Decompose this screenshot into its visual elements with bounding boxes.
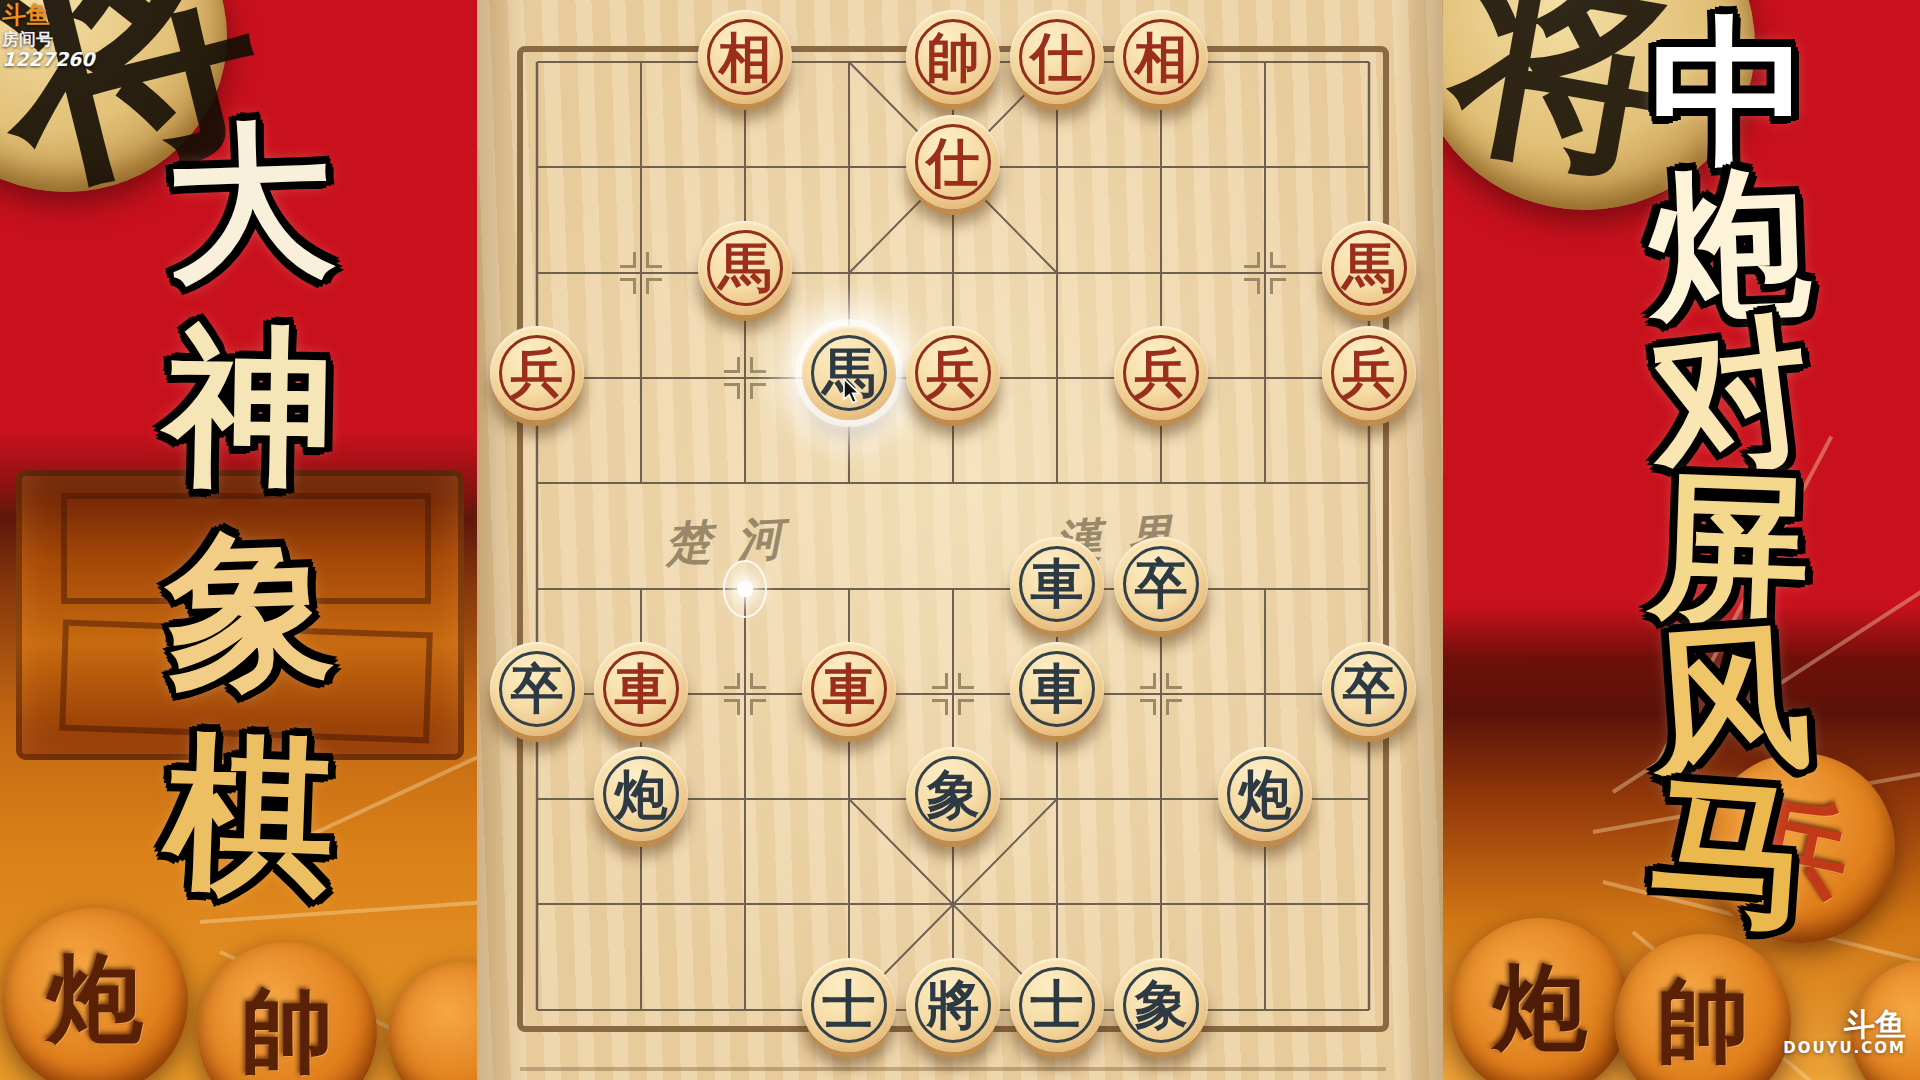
piece-char: 士 (823, 978, 876, 1031)
piece-red-仕[interactable]: 仕 (906, 115, 1000, 209)
piece-red-兵[interactable]: 兵 (490, 326, 584, 420)
piece-char: 車 (1031, 662, 1084, 715)
piece-char: 仕 (1031, 31, 1084, 84)
piece-char: 象 (927, 768, 980, 821)
piece-char: 仕 (927, 136, 980, 189)
banner-char-象: 象 (163, 523, 337, 697)
douyu-watermark: 斗鱼 DOUYU.COM (1783, 1008, 1906, 1056)
mouse-cursor (843, 378, 869, 408)
piece-black-士[interactable]: 士 (1010, 958, 1104, 1052)
point-marker (722, 355, 768, 401)
piece-char: 將 (927, 978, 980, 1031)
piece-char: 卒 (1343, 662, 1396, 715)
watermark-domain: DOUYU.COM (1783, 1041, 1906, 1057)
piece-black-卒[interactable]: 卒 (1322, 642, 1416, 736)
piece-char: 炮 (615, 768, 668, 821)
banner-char-神: 神 (165, 321, 336, 492)
piece-black-將[interactable]: 將 (906, 958, 1000, 1052)
point-marker (722, 671, 768, 717)
piece-black-士[interactable]: 士 (802, 958, 896, 1052)
piece-black-象[interactable]: 象 (1114, 958, 1208, 1052)
piece-red-馬[interactable]: 馬 (698, 221, 792, 315)
piece-char: 士 (1031, 978, 1084, 1031)
room-number-value: 1227260 (2, 49, 95, 71)
point-marker (1242, 250, 1288, 296)
piece-red-帥[interactable]: 帥 (906, 10, 1000, 104)
piece-black-車[interactable]: 車 (1010, 642, 1104, 736)
piece-red-相[interactable]: 相 (1114, 10, 1208, 104)
piece-red-車[interactable]: 車 (802, 642, 896, 736)
piece-black-卒[interactable]: 卒 (1114, 537, 1208, 631)
piece-char: 馬 (1343, 241, 1396, 294)
douyu-logo-block: 斗鱼 房间号 1227260 (2, 2, 95, 71)
point-marker (930, 671, 976, 717)
piece-char: 車 (823, 662, 876, 715)
piece-char: 象 (1135, 978, 1188, 1031)
piece-black-象[interactable]: 象 (906, 747, 1000, 841)
piece-char: 卒 (511, 662, 564, 715)
piece-red-馬[interactable]: 馬 (1322, 221, 1416, 315)
decor-piece-pao-char: 炮 (1493, 945, 1587, 1072)
piece-char: 帥 (927, 31, 980, 84)
right-banner-title: 中炮对屏风马 (1640, 16, 1820, 928)
piece-red-兵[interactable]: 兵 (1114, 326, 1208, 420)
decor-piece-pao: 炮 (1450, 918, 1630, 1080)
stream-frame: 将 炮 帥 大神象棋 楚河 漢界 相帥仕相仕馬馬兵馬兵兵兵車卒卒車車車卒炮象炮士… (0, 0, 1920, 1080)
piece-char: 兵 (927, 346, 980, 399)
xiangqi-board[interactable]: 楚河 漢界 相帥仕相仕馬馬兵馬兵兵兵車卒卒車車車卒炮象炮士將士象 (477, 0, 1443, 1080)
piece-red-相[interactable]: 相 (698, 10, 792, 104)
point-marker (1138, 671, 1184, 717)
decor-piece-shuai-char: 帥 (241, 970, 333, 1080)
piece-char: 兵 (1343, 346, 1396, 399)
douyu-logo: 斗鱼 (2, 2, 95, 30)
banner-char-马: 马 (1645, 771, 1815, 934)
move-highlight-dot (737, 581, 753, 597)
piece-black-卒[interactable]: 卒 (490, 642, 584, 736)
point-marker (618, 250, 664, 296)
piece-char: 相 (1135, 31, 1188, 84)
piece-black-炮[interactable]: 炮 (1218, 747, 1312, 841)
piece-char: 兵 (511, 346, 564, 399)
piece-char: 炮 (1239, 768, 1292, 821)
piece-char: 車 (1031, 557, 1084, 610)
banner-char-中: 中 (1650, 16, 1810, 168)
decor-piece-shuai-char: 帥 (1657, 960, 1749, 1080)
piece-red-兵[interactable]: 兵 (906, 326, 1000, 420)
watermark-brand: 斗鱼 (1844, 1008, 1906, 1041)
piece-char: 卒 (1135, 557, 1188, 610)
piece-char: 兵 (1135, 346, 1188, 399)
decor-piece-pao: 炮 (2, 908, 188, 1080)
piece-char: 馬 (719, 241, 772, 294)
piece-char: 車 (615, 662, 668, 715)
piece-red-仕[interactable]: 仕 (1010, 10, 1104, 104)
piece-black-車[interactable]: 車 (1010, 537, 1104, 631)
banner-char-大: 大 (163, 115, 337, 289)
decor-piece-shuai: 帥 (197, 942, 377, 1080)
banner-char-棋: 棋 (163, 727, 337, 901)
piece-red-兵[interactable]: 兵 (1322, 326, 1416, 420)
decor-piece-partial (388, 962, 477, 1080)
piece-black-炮[interactable]: 炮 (594, 747, 688, 841)
room-number-label: 房间号 (2, 30, 95, 50)
decor-piece-pao-char: 炮 (47, 936, 143, 1066)
piece-red-車[interactable]: 車 (594, 642, 688, 736)
decor-piece-shuai: 帥 (1615, 934, 1791, 1080)
left-banner-title: 大神象棋 (160, 118, 340, 898)
left-banner-panel: 将 炮 帥 大神象棋 (0, 0, 477, 1080)
piece-char: 相 (719, 31, 772, 84)
